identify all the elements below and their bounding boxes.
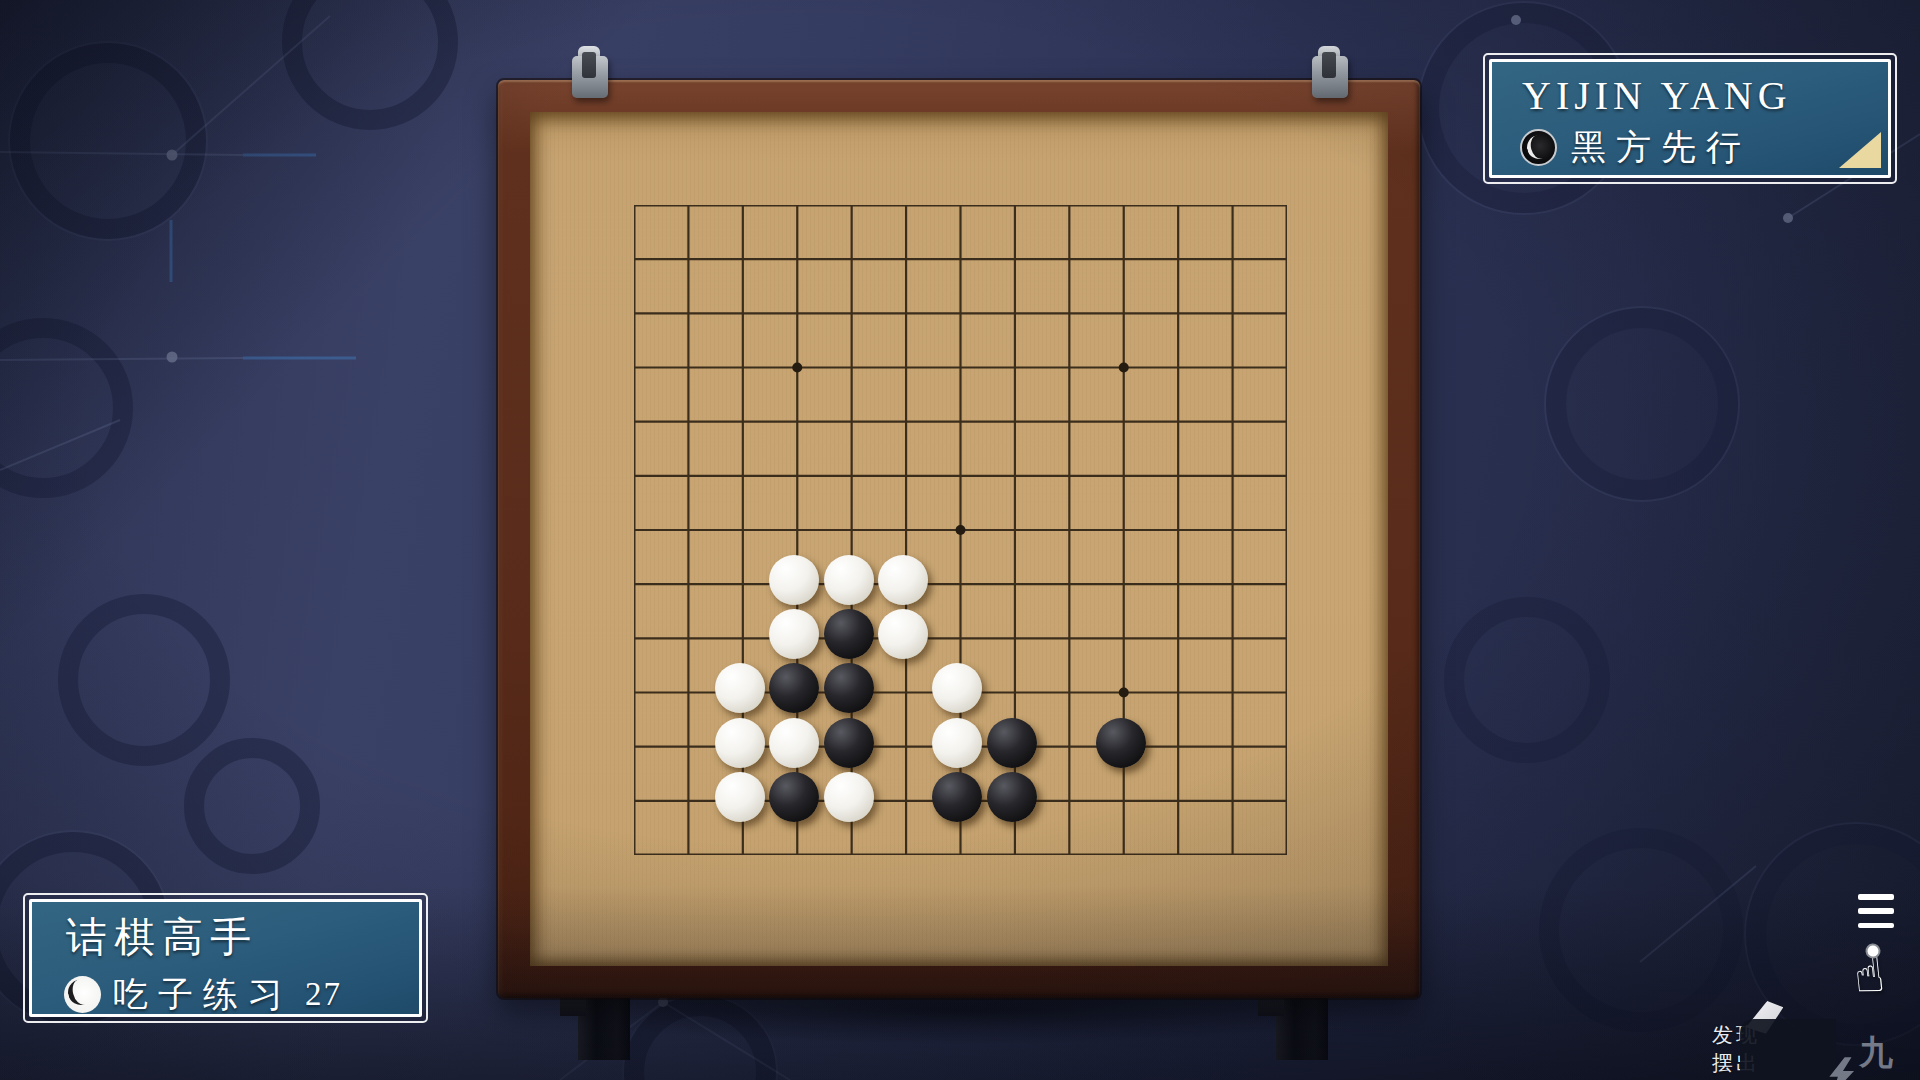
stone-white <box>769 718 819 768</box>
pointing-hand-cursor-icon: ☝ <box>1851 945 1887 1006</box>
stand-leg-left <box>578 994 630 1060</box>
puzzle-panel: 诘棋高手 吃子练习 27 <box>23 893 428 1023</box>
player-panel[interactable]: YIJIN YANG 黑方先行 <box>1483 53 1897 184</box>
go-board[interactable] <box>634 205 1287 855</box>
stone-black <box>769 772 819 822</box>
black-stone-icon <box>1520 129 1557 166</box>
stone-white <box>932 718 982 768</box>
stone-black <box>824 663 874 713</box>
stone-white <box>878 555 928 605</box>
stone-white <box>715 772 765 822</box>
hint-popup <box>1740 1019 1836 1080</box>
player-title: YIJIN YANG <box>1522 72 1888 119</box>
player-panel-inner: YIJIN YANG 黑方先行 <box>1489 59 1891 178</box>
puzzle-mode-label: 吃子练习 <box>113 971 293 1017</box>
white-stone-icon <box>64 976 101 1013</box>
stone-white <box>769 609 819 659</box>
stone-black <box>1096 718 1146 768</box>
board-clip-left <box>570 46 610 100</box>
hamburger-icon-bar <box>1858 923 1894 929</box>
stone-white <box>824 772 874 822</box>
watermark: 九游 <box>1826 1030 1920 1080</box>
puzzle-number: 27 <box>305 976 342 1013</box>
turn-label: 黑方先行 <box>1571 124 1751 171</box>
stone-black <box>932 772 982 822</box>
hamburger-icon-bar <box>1858 908 1894 914</box>
board-clip-right <box>1310 46 1350 100</box>
puzzle-panel-inner: 诘棋高手 吃子练习 27 <box>29 899 422 1017</box>
board-paper <box>530 112 1388 966</box>
clip-slot <box>582 52 596 78</box>
puzzle-title: 诘棋高手 <box>66 910 419 965</box>
stone-black <box>824 609 874 659</box>
stand-leg-right <box>1276 994 1328 1060</box>
stones-grid <box>607 178 1314 882</box>
stone-white <box>824 555 874 605</box>
expand-triangle-icon[interactable] <box>1839 132 1881 168</box>
menu-button[interactable] <box>1858 894 1894 928</box>
stone-black <box>824 718 874 768</box>
stone-black <box>987 772 1037 822</box>
touch-dot-icon <box>1865 943 1881 959</box>
hamburger-icon-bar <box>1858 894 1894 900</box>
stone-black <box>769 663 819 713</box>
game-screen: YIJIN YANG 黑方先行 诘棋高手 吃子练习 27 ☝ 发现 摆出 <box>0 0 1920 1080</box>
stone-white <box>932 663 982 713</box>
stone-white <box>878 609 928 659</box>
clip-slot <box>1322 52 1336 78</box>
stone-white <box>769 555 819 605</box>
stone-white <box>715 663 765 713</box>
watermark-logo-icon <box>1826 1053 1855 1080</box>
stone-black <box>987 718 1037 768</box>
board-frame <box>498 80 1420 998</box>
stone-white <box>715 718 765 768</box>
watermark-text: 九游 <box>1859 1030 1920 1080</box>
